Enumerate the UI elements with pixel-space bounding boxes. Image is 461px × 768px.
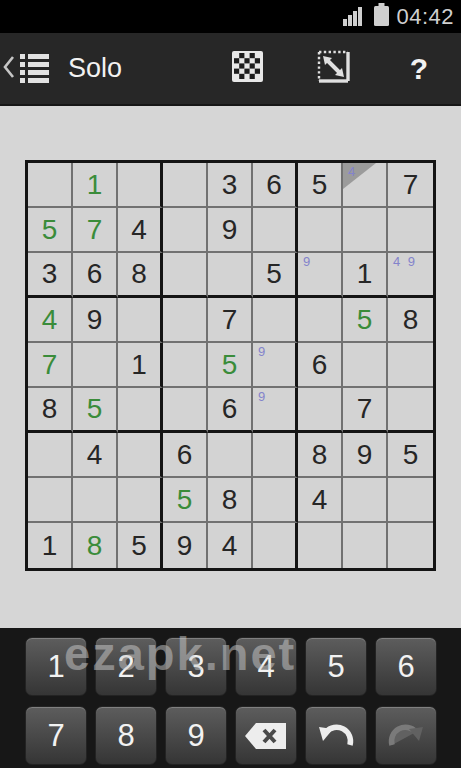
signal-icon xyxy=(343,4,367,30)
page-title: Solo xyxy=(68,53,122,84)
pencil-marks: 9 xyxy=(258,345,267,358)
cell-r6c1[interactable]: 8 xyxy=(28,388,73,433)
cell-r7c2[interactable]: 4 xyxy=(73,433,118,478)
cell-r1c7[interactable]: 5 xyxy=(298,163,343,208)
pencil-marks: 9 xyxy=(258,390,267,403)
cell-r3c1[interactable]: 3 xyxy=(28,253,73,298)
given-digit: 1 xyxy=(42,532,58,560)
cell-r5c7[interactable]: 6 xyxy=(298,343,343,388)
cell-r5c6[interactable]: 9 xyxy=(253,343,298,388)
given-digit: 6 xyxy=(222,395,238,423)
cell-r1c4[interactable] xyxy=(163,163,208,208)
cell-r8c3[interactable] xyxy=(118,478,163,523)
cell-r3c8[interactable]: 1 xyxy=(343,253,388,298)
cell-r9c9[interactable] xyxy=(388,523,433,568)
digit-7-button[interactable]: 7 xyxy=(25,706,87,765)
cell-r2c6[interactable] xyxy=(253,208,298,253)
given-digit: 8 xyxy=(42,395,58,423)
undo-button[interactable] xyxy=(305,706,367,765)
cell-r6c9[interactable] xyxy=(388,388,433,433)
given-digit: 1 xyxy=(357,260,373,288)
cell-r2c4[interactable] xyxy=(163,208,208,253)
user-digit: 5 xyxy=(42,216,58,244)
given-digit: 6 xyxy=(87,260,103,288)
cell-r4c3[interactable] xyxy=(118,298,163,343)
app-screen: 04:42 Solo xyxy=(0,0,461,768)
battery-icon xyxy=(374,3,389,30)
cell-r7c1[interactable] xyxy=(28,433,73,478)
fullscreen-button[interactable] xyxy=(305,41,361,97)
digit-3-button[interactable]: 3 xyxy=(165,637,227,696)
given-digit: 9 xyxy=(357,441,373,469)
pencil-marks: 4 xyxy=(348,165,357,178)
cell-r9c3[interactable]: 5 xyxy=(118,523,163,568)
digit-8-button[interactable]: 8 xyxy=(95,706,157,765)
cell-r1c8[interactable]: 4 xyxy=(343,163,388,208)
pencil-mode-button[interactable] xyxy=(219,41,275,97)
cell-r4c5[interactable]: 7 xyxy=(208,298,253,343)
action-bar: Solo xyxy=(0,33,461,106)
cell-r8c5[interactable]: 8 xyxy=(208,478,253,523)
cell-r9c2[interactable]: 8 xyxy=(73,523,118,568)
undo-icon xyxy=(317,723,355,749)
help-question-label: ? xyxy=(410,52,428,86)
pencil-marks: 4 9 xyxy=(393,255,417,268)
given-digit: 8 xyxy=(131,260,147,288)
given-digit: 3 xyxy=(42,260,58,288)
cell-r8c1[interactable] xyxy=(28,478,73,523)
cell-r4c8[interactable]: 5 xyxy=(343,298,388,343)
given-digit: 7 xyxy=(357,395,373,423)
cell-r6c2[interactable]: 5 xyxy=(73,388,118,433)
user-digit: 5 xyxy=(177,486,193,514)
user-digit: 8 xyxy=(87,532,103,560)
puzzle-list-icon xyxy=(20,54,49,83)
given-digit: 4 xyxy=(87,441,103,469)
digit-9-button[interactable]: 9 xyxy=(165,706,227,765)
cell-r2c1[interactable]: 5 xyxy=(28,208,73,253)
cell-r8c7[interactable]: 4 xyxy=(298,478,343,523)
cell-r1c1[interactable] xyxy=(28,163,73,208)
cell-r5c2[interactable] xyxy=(73,343,118,388)
cell-r5c8[interactable] xyxy=(343,343,388,388)
cell-r2c2[interactable]: 7 xyxy=(73,208,118,253)
cell-r2c8[interactable] xyxy=(343,208,388,253)
pencil-marks: 9 xyxy=(303,255,312,268)
cell-r9c6[interactable] xyxy=(253,523,298,568)
cell-r5c1[interactable]: 7 xyxy=(28,343,73,388)
given-digit: 5 xyxy=(131,532,147,560)
cell-r3c2[interactable]: 6 xyxy=(73,253,118,298)
cell-r9c7[interactable] xyxy=(298,523,343,568)
cell-r3c7[interactable]: 9 xyxy=(298,253,343,298)
cell-r2c3[interactable]: 4 xyxy=(118,208,163,253)
cell-r3c5[interactable] xyxy=(208,253,253,298)
given-digit: 6 xyxy=(312,351,328,379)
given-digit: 6 xyxy=(177,441,193,469)
cell-r4c9[interactable]: 8 xyxy=(388,298,433,343)
cell-r9c1[interactable]: 1 xyxy=(28,523,73,568)
cell-r5c3[interactable]: 1 xyxy=(118,343,163,388)
cell-r8c9[interactable] xyxy=(388,478,433,523)
cell-r4c7[interactable] xyxy=(298,298,343,343)
given-digit: 1 xyxy=(131,351,147,379)
given-digit: 8 xyxy=(403,306,419,334)
cell-r7c3[interactable] xyxy=(118,433,163,478)
digit-5-button[interactable]: 5 xyxy=(305,637,367,696)
digit-1-button[interactable]: 1 xyxy=(25,637,87,696)
given-digit: 9 xyxy=(177,532,193,560)
digit-6-button[interactable]: 6 xyxy=(375,637,437,696)
cell-r8c8[interactable] xyxy=(343,478,388,523)
cell-r4c2[interactable]: 9 xyxy=(73,298,118,343)
given-digit: 5 xyxy=(403,441,419,469)
keypad-row-2: 789 xyxy=(25,706,461,765)
content-area: 13654757493685914 9497587159685697468955… xyxy=(0,106,461,628)
cell-r7c9[interactable]: 5 xyxy=(388,433,433,478)
cell-r1c9[interactable]: 7 xyxy=(388,163,433,208)
cell-r2c5[interactable]: 9 xyxy=(208,208,253,253)
given-digit: 7 xyxy=(403,171,419,199)
given-digit: 8 xyxy=(312,441,328,469)
cell-r3c6[interactable]: 5 xyxy=(253,253,298,298)
cell-r9c4[interactable]: 9 xyxy=(163,523,208,568)
redo-icon xyxy=(387,723,425,749)
cell-r9c5[interactable]: 4 xyxy=(208,523,253,568)
cell-r7c7[interactable]: 8 xyxy=(298,433,343,478)
cell-r6c7[interactable] xyxy=(298,388,343,433)
cell-r7c4[interactable]: 6 xyxy=(163,433,208,478)
cell-r7c8[interactable]: 9 xyxy=(343,433,388,478)
given-digit: 4 xyxy=(131,216,147,244)
cell-r7c5[interactable] xyxy=(208,433,253,478)
cell-r5c4[interactable] xyxy=(163,343,208,388)
cell-r4c4[interactable] xyxy=(163,298,208,343)
user-digit: 4 xyxy=(42,306,58,334)
given-digit: 6 xyxy=(266,171,282,199)
back-chevron-icon xyxy=(2,54,15,84)
status-clock: 04:42 xyxy=(396,4,454,30)
cell-r9c8[interactable] xyxy=(343,523,388,568)
cell-r3c4[interactable] xyxy=(163,253,208,298)
digit-2-button[interactable]: 2 xyxy=(95,637,157,696)
cell-r8c4[interactable]: 5 xyxy=(163,478,208,523)
given-digit: 4 xyxy=(222,532,238,560)
cell-r5c9[interactable] xyxy=(388,343,433,388)
user-digit: 1 xyxy=(87,171,103,199)
backspace-icon xyxy=(244,722,288,750)
given-digit: 3 xyxy=(222,171,238,199)
cell-r1c3[interactable] xyxy=(118,163,163,208)
given-digit: 8 xyxy=(222,486,238,514)
user-digit: 7 xyxy=(42,351,58,379)
user-digit: 5 xyxy=(357,306,373,334)
cell-r6c8[interactable]: 7 xyxy=(343,388,388,433)
cell-r6c5[interactable]: 6 xyxy=(208,388,253,433)
given-digit: 5 xyxy=(266,260,282,288)
user-digit: 5 xyxy=(222,351,238,379)
given-digit: 5 xyxy=(312,171,328,199)
given-digit: 4 xyxy=(312,486,328,514)
given-digit: 7 xyxy=(222,306,238,334)
number-keypad: ezapk.net 123456 789 xyxy=(0,628,461,768)
cell-r3c9[interactable]: 4 9 xyxy=(388,253,433,298)
cell-r8c6[interactable] xyxy=(253,478,298,523)
sudoku-board: 13654757493685914 9497587159685697468955… xyxy=(25,160,436,571)
backspace-button[interactable] xyxy=(235,706,297,765)
cell-r2c7[interactable] xyxy=(298,208,343,253)
cell-r7c6[interactable] xyxy=(253,433,298,478)
user-digit: 7 xyxy=(87,216,103,244)
nav-up-button[interactable] xyxy=(0,48,51,90)
digit-4-button[interactable]: 4 xyxy=(235,637,297,696)
checkerboard-icon xyxy=(232,51,263,86)
cell-r4c6[interactable] xyxy=(253,298,298,343)
cell-r2c9[interactable] xyxy=(388,208,433,253)
keypad-row-1: 123456 xyxy=(25,637,461,696)
cell-r1c6[interactable]: 6 xyxy=(253,163,298,208)
user-digit: 5 xyxy=(87,395,103,423)
cell-r8c2[interactable] xyxy=(73,478,118,523)
cell-r6c6[interactable]: 9 xyxy=(253,388,298,433)
cell-r6c4[interactable] xyxy=(163,388,208,433)
cell-r1c5[interactable]: 3 xyxy=(208,163,253,208)
given-digit: 9 xyxy=(222,216,238,244)
redo-button[interactable] xyxy=(375,706,437,765)
cell-r6c3[interactable] xyxy=(118,388,163,433)
cell-r4c1[interactable]: 4 xyxy=(28,298,73,343)
resize-diagonal-icon xyxy=(317,50,350,87)
cell-r5c5[interactable]: 5 xyxy=(208,343,253,388)
cell-r3c3[interactable]: 8 xyxy=(118,253,163,298)
given-digit: 9 xyxy=(87,306,103,334)
help-button[interactable]: ? xyxy=(391,41,447,97)
status-bar: 04:42 xyxy=(0,0,461,33)
cell-r1c2[interactable]: 1 xyxy=(73,163,118,208)
